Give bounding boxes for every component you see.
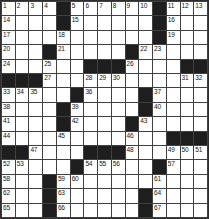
cell-r13c11[interactable] [139,175,152,188]
cell-r14c5[interactable]: 63 [57,189,70,202]
cell-r4c3[interactable] [29,45,42,58]
cell-r7c7[interactable]: 36 [84,88,97,101]
cell-r14c3[interactable] [29,189,42,202]
cell-r13c10[interactable] [126,175,139,188]
cell-r8c4[interactable] [43,103,56,116]
cell-r2c11[interactable] [139,16,152,29]
cell-r13c9[interactable] [112,175,125,188]
cell-r11c14[interactable]: 50 [181,146,194,159]
clue-number-62: 62 [3,189,10,196]
cell-r8c9[interactable] [112,103,125,116]
clue-number-29: 29 [99,74,106,81]
cell-r11c7-black [84,146,97,159]
cell-r2c10[interactable] [126,16,139,29]
cell-r10c12[interactable] [153,132,166,145]
clue-number-7: 7 [99,2,102,9]
clue-number-12: 12 [182,2,189,9]
cell-r4c4-black [43,45,56,58]
clue-number-16: 16 [168,16,175,23]
clue-number-11: 11 [168,2,174,9]
cell-r7c8[interactable] [98,88,111,101]
cell-r13c14[interactable] [181,175,194,188]
cell-r12c13[interactable]: 57 [167,160,180,173]
cell-r10c5[interactable]: 45 [57,132,70,145]
clue-number-67: 67 [154,204,161,211]
cell-r3c8[interactable] [98,31,111,44]
clue-number-39: 39 [72,103,79,110]
clue-number-32: 32 [195,74,202,81]
cell-r7c2[interactable]: 34 [16,88,29,101]
cell-r9c5-black [57,117,70,130]
clue-number-36: 36 [85,88,92,95]
clue-number-45: 45 [58,132,65,139]
cell-r5c10[interactable]: 26 [126,60,139,73]
cell-r3c14[interactable] [181,31,194,44]
cell-r7c11-black [139,88,152,101]
cell-r5c11[interactable] [139,60,152,73]
clue-number-35: 35 [30,88,37,95]
clue-number-26: 26 [127,60,134,67]
clue-number-64: 64 [154,189,161,196]
cell-r3c9[interactable] [112,31,125,44]
cell-r2c3[interactable] [29,16,42,29]
clue-number-61: 61 [154,175,161,182]
cell-r8c12[interactable]: 40 [153,103,166,116]
cell-r15c6[interactable] [71,204,84,217]
cell-r14c1[interactable]: 62 [2,189,15,202]
clue-number-19: 19 [168,31,175,38]
clue-number-13: 13 [195,2,202,9]
cell-r11c1-black [2,146,15,159]
cell-r1c7[interactable]: 6 [84,2,97,15]
cell-r6c7[interactable]: 28 [84,74,97,87]
cell-r10c9[interactable] [112,132,125,145]
cell-r3c1[interactable]: 17 [2,31,15,44]
cell-r10c10[interactable]: 46 [126,132,139,145]
clue-number-63: 63 [58,189,65,196]
cell-r12c10[interactable] [126,160,139,173]
cell-r13c3[interactable] [29,175,42,188]
clue-number-66: 66 [58,204,65,211]
cell-r9c6[interactable]: 42 [71,117,84,130]
cell-r5c8-black [98,60,111,73]
cell-r12c5[interactable] [57,160,70,173]
cell-r14c10[interactable] [126,189,139,202]
clue-number-57: 57 [168,160,175,167]
cell-r8c15[interactable] [194,103,207,116]
cell-r5c15-black [194,60,207,73]
cell-r13c6[interactable]: 60 [71,175,84,188]
cell-r8c5-black [57,103,70,116]
cell-r5c9-black [112,60,125,73]
cell-r15c10[interactable] [126,204,139,217]
cell-r15c1[interactable]: 65 [2,204,15,217]
clue-number-6: 6 [85,2,88,9]
cell-r14c15[interactable] [194,189,207,202]
cell-r4c5[interactable]: 21 [57,45,70,58]
cell-r1c5-black [57,2,70,15]
cell-r6c12[interactable] [153,74,166,87]
cell-r4c12[interactable]: 23 [153,45,166,58]
cell-r6c6[interactable] [71,74,84,87]
crossword-board: 1234567891011121314151617181920212223242… [0,0,209,219]
clue-number-5: 5 [72,2,75,9]
clue-number-50: 50 [182,146,189,153]
cell-r4c15[interactable] [194,45,207,58]
clue-number-31: 31 [182,74,189,81]
cell-r2c1[interactable]: 14 [2,16,15,29]
cell-r8c8[interactable] [98,103,111,116]
cell-r13c12[interactable]: 61 [153,175,166,188]
cell-r10c13-black [167,132,180,145]
cell-r3c10[interactable] [126,31,139,44]
cell-r15c7[interactable] [84,204,97,217]
cell-r8c6[interactable]: 39 [71,103,84,116]
cell-r7c14[interactable] [181,88,194,101]
cell-r12c12-black [153,160,166,173]
cell-r13c1[interactable]: 58 [2,175,15,188]
cell-r13c4-black [43,175,56,188]
cell-r12c15[interactable] [194,160,207,173]
cell-r7c15[interactable] [194,88,207,101]
cell-r2c4[interactable] [43,16,56,29]
cell-r15c13[interactable] [167,204,180,217]
cell-r15c11-black [139,204,152,217]
cell-r5c14-black [181,60,194,73]
cell-r5c6[interactable] [71,60,84,73]
cell-r13c8[interactable] [98,175,111,188]
clue-number-14: 14 [3,16,10,23]
cell-r11c4[interactable] [43,146,56,159]
clue-number-15: 15 [72,16,79,23]
cell-r12c1[interactable]: 52 [2,160,15,173]
cell-r2c9[interactable] [112,16,125,29]
cell-r2c15[interactable] [194,16,207,29]
cell-r14c7[interactable] [84,189,97,202]
cell-r4c14[interactable] [181,45,194,58]
cell-r15c14[interactable] [181,204,194,217]
clue-number-42: 42 [72,117,79,124]
cell-r13c13[interactable] [167,175,180,188]
cell-r7c3[interactable]: 35 [29,88,42,101]
cell-r4c2[interactable] [16,45,29,58]
cell-r2c5-black [57,16,70,29]
cell-r14c8[interactable] [98,189,111,202]
cell-r9c1[interactable]: 41 [2,117,15,130]
cell-r14c14[interactable] [181,189,194,202]
cell-r8c3[interactable] [29,103,42,116]
cell-r2c7[interactable] [84,16,97,29]
cell-r1c10[interactable]: 9 [126,2,139,15]
clue-number-59: 59 [58,175,65,182]
clue-number-9: 9 [127,2,130,9]
clue-number-1: 1 [3,2,6,9]
cell-r12c14[interactable] [181,160,194,173]
cell-r5c7-black [84,60,97,73]
cell-r11c11[interactable] [139,146,152,159]
clue-number-44: 44 [3,132,10,139]
cell-r4c10-black [126,45,139,58]
cell-r9c2[interactable] [16,117,29,130]
clue-number-37: 37 [154,88,161,95]
cell-r2c12-black [153,16,166,29]
clue-number-54: 54 [85,160,92,167]
cell-r10c7[interactable] [84,132,97,145]
cell-r10c11[interactable] [139,132,152,145]
cell-r9c4[interactable] [43,117,56,130]
cell-r6c4[interactable]: 27 [43,74,56,87]
cell-r10c3[interactable] [29,132,42,145]
clue-number-49: 49 [168,146,175,153]
cell-r10c6[interactable] [71,132,84,145]
clue-number-2: 2 [17,2,20,9]
cell-r7c6-black [71,88,84,101]
cell-r12c3[interactable] [29,160,42,173]
cell-r13c5[interactable]: 59 [57,175,70,188]
cell-r5c1[interactable]: 24 [2,60,15,73]
cell-r6c13[interactable] [167,74,180,87]
clue-number-25: 25 [44,60,51,67]
cell-r2c8[interactable] [98,16,111,29]
cell-r12c7[interactable]: 54 [84,160,97,173]
cell-r7c5[interactable] [57,88,70,101]
cell-r1c8[interactable]: 7 [98,2,111,15]
cell-r13c7[interactable] [84,175,97,188]
clue-number-65: 65 [3,204,10,211]
cell-r1c15[interactable]: 13 [194,2,207,15]
cell-r4c11[interactable]: 22 [139,45,152,58]
clue-number-53: 53 [17,160,24,167]
cell-r1c6[interactable]: 5 [71,2,84,15]
cell-r6c8[interactable]: 29 [98,74,111,87]
clue-number-18: 18 [58,31,65,38]
clue-number-52: 52 [3,160,10,167]
clue-number-17: 17 [3,31,10,38]
clue-number-51: 51 [195,146,202,153]
cell-r9c12[interactable] [153,117,166,130]
cell-r2c14[interactable] [181,16,194,29]
cell-r9c14[interactable] [181,117,194,130]
cell-r8c2[interactable] [16,103,29,116]
cell-r14c12[interactable]: 64 [153,189,166,202]
cell-r9c11[interactable]: 43 [139,117,152,130]
crossword-grid: 1234567891011121314151617181920212223242… [0,0,209,219]
cell-r4c7[interactable] [84,45,97,58]
cell-r12c11[interactable] [139,160,152,173]
clue-number-46: 46 [127,132,134,139]
cell-r9c7[interactable] [84,117,97,130]
cell-r3c7[interactable] [84,31,97,44]
cell-r14c4-black [43,189,56,202]
cell-r6c3-black [29,74,42,87]
cell-r12c9[interactable]: 56 [112,160,125,173]
cell-r4c6[interactable] [71,45,84,58]
cell-r9c9[interactable] [112,117,125,130]
cell-r5c13[interactable] [167,60,180,73]
cell-r11c6[interactable] [71,146,84,159]
cell-r7c13[interactable] [167,88,180,101]
cell-r4c9[interactable] [112,45,125,58]
cell-r1c4[interactable]: 4 [43,2,56,15]
cell-r11c3[interactable]: 47 [29,146,42,159]
cell-r11c13[interactable]: 49 [167,146,180,159]
clue-number-60: 60 [72,175,79,182]
cell-r14c13[interactable] [167,189,180,202]
cell-r4c13[interactable] [167,45,180,58]
clue-number-58: 58 [3,175,10,182]
clue-number-40: 40 [154,103,161,110]
cell-r9c8[interactable] [98,117,111,130]
clue-number-23: 23 [154,45,161,52]
cell-r11c2-black [16,146,29,159]
cell-r3c15[interactable] [194,31,207,44]
cell-r12c6-black [71,160,84,173]
cell-r11c8-black [98,146,111,159]
clue-number-33: 33 [3,88,10,95]
cell-r14c9[interactable] [112,189,125,202]
cell-r10c4[interactable] [43,132,56,145]
cell-r11c5[interactable] [57,146,70,159]
cell-r1c2[interactable]: 2 [16,2,29,15]
clue-number-48: 48 [127,146,134,153]
cell-r6c14[interactable]: 31 [181,74,194,87]
clue-number-4: 4 [44,2,47,9]
cell-r1c9[interactable]: 8 [112,2,125,15]
clue-number-27: 27 [44,74,51,81]
cell-r5c4[interactable]: 25 [43,60,56,73]
cell-r15c9[interactable] [112,204,125,217]
clue-number-22: 22 [140,45,147,52]
cell-r11c12[interactable] [153,146,166,159]
cell-r3c11[interactable] [139,31,152,44]
clue-number-41: 41 [3,117,10,124]
cell-r14c6[interactable] [71,189,84,202]
cell-r1c1[interactable]: 1 [2,2,15,15]
clue-number-10: 10 [140,2,147,9]
clue-number-24: 24 [3,60,10,67]
cell-r6c5[interactable] [57,74,70,87]
cell-r15c3[interactable] [29,204,42,217]
clue-number-34: 34 [17,88,24,95]
cell-r5c12[interactable] [153,60,166,73]
cell-r14c2[interactable] [16,189,29,202]
cell-r1c14[interactable]: 12 [181,2,194,15]
cell-r7c1[interactable]: 33 [2,88,15,101]
cell-r8c10[interactable] [126,103,139,116]
cell-r11c9-black [112,146,125,159]
clue-number-43: 43 [140,117,147,124]
cell-r6c1-black [2,74,15,87]
cell-r3c4[interactable] [43,31,56,44]
cell-r14c11-black [139,189,152,202]
clue-number-28: 28 [85,74,92,81]
clue-number-38: 38 [3,103,10,110]
cell-r6c11[interactable] [139,74,152,87]
cell-r8c14[interactable] [181,103,194,116]
cell-r3c12-black [153,31,166,44]
cell-r6c15[interactable]: 32 [194,74,207,87]
cell-r9c15[interactable] [194,117,207,130]
cell-r7c4[interactable] [43,88,56,101]
clue-number-21: 21 [58,45,65,52]
cell-r12c8[interactable]: 55 [98,160,111,173]
cell-r1c11[interactable]: 10 [139,2,152,15]
cell-r6c2-black [16,74,29,87]
cell-r4c8[interactable] [98,45,111,58]
cell-r8c11-black [139,103,152,116]
cell-r1c3[interactable]: 3 [29,2,42,15]
clue-number-20: 20 [3,45,10,52]
cell-r3c5[interactable]: 18 [57,31,70,44]
cell-r1c12-black [153,2,166,15]
cell-r15c2[interactable] [16,204,29,217]
cell-r5c5[interactable] [57,60,70,73]
cell-r13c15[interactable] [194,175,207,188]
cell-r12c2[interactable]: 53 [16,160,29,173]
cell-r10c8[interactable] [98,132,111,145]
cell-r9c10-black [126,117,139,130]
clue-number-55: 55 [99,160,106,167]
cell-r10c14-black [181,132,194,145]
cell-r6c10[interactable] [126,74,139,87]
cell-r15c5[interactable]: 66 [57,204,70,217]
cell-r4c1[interactable]: 20 [2,45,15,58]
clue-number-47: 47 [30,146,37,153]
clue-number-8: 8 [113,2,116,9]
cell-r7c12[interactable]: 37 [153,88,166,101]
cell-r1c13[interactable]: 11 [167,2,180,15]
cell-r6c9[interactable]: 30 [112,74,125,87]
cell-r3c3[interactable] [29,31,42,44]
clue-number-56: 56 [113,160,120,167]
clue-number-30: 30 [113,74,120,81]
cell-r7c9[interactable] [112,88,125,101]
cell-r10c15-black [194,132,207,145]
cell-r8c1[interactable]: 38 [2,103,15,116]
clue-number-3: 3 [30,2,33,9]
cell-r2c6[interactable]: 15 [71,16,84,29]
cell-r5c3[interactable] [29,60,42,73]
cell-r10c2[interactable] [16,132,29,145]
cell-r3c6[interactable] [71,31,84,44]
cell-r3c2[interactable] [16,31,29,44]
cell-r15c15[interactable] [194,204,207,217]
cell-r8c7[interactable] [84,103,97,116]
cell-r15c8[interactable] [98,204,111,217]
cell-r8c13[interactable] [167,103,180,116]
cell-r11c15[interactable]: 51 [194,146,207,159]
cell-r11c10[interactable]: 48 [126,146,139,159]
cell-r3c13[interactable]: 19 [167,31,180,44]
cell-r13c2[interactable] [16,175,29,188]
cell-r9c13[interactable] [167,117,180,130]
cell-r7c10[interactable] [126,88,139,101]
cell-r15c12[interactable]: 67 [153,204,166,217]
cell-r9c3[interactable] [29,117,42,130]
cell-r10c1[interactable]: 44 [2,132,15,145]
cell-r5c2[interactable] [16,60,29,73]
cell-r12c4[interactable] [43,160,56,173]
cell-r2c13[interactable]: 16 [167,16,180,29]
cell-r2c2[interactable] [16,16,29,29]
cell-r15c4-black [43,204,56,217]
